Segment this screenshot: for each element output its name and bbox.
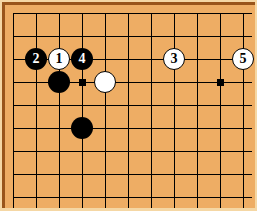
grid-line-v (36, 13, 37, 208)
stone-black-d17: 4 (71, 48, 93, 70)
move-number-label: 2 (33, 52, 40, 66)
grid-line-v (59, 13, 60, 208)
grid-line-v (243, 13, 244, 208)
grid-line-v (128, 13, 129, 208)
move-number-label: 3 (171, 52, 178, 66)
grid-line-h (13, 36, 252, 37)
stone-white-l17: 5 (232, 48, 254, 70)
grid-line-v (220, 13, 221, 208)
stone-black-b17: 2 (25, 48, 47, 70)
grid-line-v (13, 13, 14, 208)
move-number-label: 5 (240, 52, 247, 66)
grid-line-v (82, 13, 83, 208)
grid-line-v (174, 13, 175, 208)
move-number-label: 4 (79, 52, 86, 66)
grid-line-v (151, 13, 152, 208)
grid-line-v (105, 13, 106, 208)
stone-white-h17: 3 (163, 48, 185, 70)
move-number-label: 1 (56, 52, 63, 66)
grid-line-h (13, 151, 252, 152)
stone-black-c16 (48, 71, 70, 93)
hoshi-marker (217, 79, 224, 86)
stone-black-d14 (71, 117, 93, 139)
go-diagram-frame: 21435 (0, 0, 257, 211)
stone-white-e16 (94, 71, 116, 93)
go-board: 21435 (2, 2, 255, 208)
hoshi-marker (79, 79, 86, 86)
grid-line-h (13, 13, 252, 14)
grid-line-h (13, 105, 252, 106)
grid-line-v (197, 13, 198, 208)
grid-line-h (13, 174, 252, 175)
stone-white-c17: 1 (48, 48, 70, 70)
grid-line-h (13, 197, 252, 198)
grid-line-h (13, 128, 252, 129)
